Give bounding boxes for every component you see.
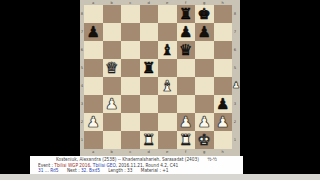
white-bishop[interactable]: ♝ [161,77,174,95]
coord-label: 7 [233,23,237,41]
square-h4[interactable] [214,77,233,95]
square-f1[interactable]: ♜ [177,131,196,149]
material-value: +1 [162,168,168,173]
square-f6[interactable]: ♛ [177,41,196,59]
square-h1[interactable] [214,131,233,149]
event-link[interactable]: Tbilisi WGP 2016, [54,163,91,168]
current-move-link[interactable]: 31 ... Rd5 [38,168,59,173]
square-e8[interactable] [158,5,177,23]
square-c7[interactable] [121,23,140,41]
square-a2[interactable]: ♟ [84,113,103,131]
square-b5[interactable]: ♛ [103,59,122,77]
players-separator: -- [118,157,121,162]
coord-label: 2 [233,113,237,131]
black-queen[interactable]: ♛ [179,41,192,59]
square-f5[interactable] [177,59,196,77]
square-b3[interactable]: ♟ [103,95,122,113]
square-f4[interactable] [177,77,196,95]
square-g4[interactable] [195,77,214,95]
square-c5[interactable] [121,59,140,77]
square-d6[interactable] [140,41,159,59]
coord-label: 8 [233,5,237,23]
material-label: Material : [141,168,161,173]
white-rook[interactable]: ♜ [142,131,155,149]
square-a7[interactable]: ♟ [84,23,103,41]
square-e3[interactable] [158,95,177,113]
coord-label: 3 [233,95,237,113]
event-line: Event : Tbilisi WGP 2016, Tbilisi GEO, 2… [30,163,243,168]
square-h8[interactable] [214,5,233,23]
coord-label: 1 [233,131,237,149]
square-g2[interactable]: ♟ [195,113,214,131]
square-d7[interactable] [140,23,159,41]
square-f2[interactable]: ♟ [177,113,196,131]
square-d8[interactable] [140,5,159,23]
square-e2[interactable] [158,113,177,131]
chess-board[interactable]: ♜♚♟♟♟♝♛♛♜♝♟♟♟♟♟♟♜♜♚ [84,5,232,149]
square-e4[interactable]: ♝ [158,77,177,95]
square-d2[interactable] [140,113,159,131]
white-pawn[interactable]: ♟ [198,113,211,131]
square-g7[interactable]: ♟ [195,23,214,41]
file-labels-bottom-row: abcdefgh [84,149,232,154]
square-g3[interactable] [195,95,214,113]
coord-label: b [103,149,122,154]
black-player-name: Khademalsharieh, Sarasadat (2403) [122,157,199,162]
white-queen[interactable]: ♛ [105,59,118,77]
square-a6[interactable] [84,41,103,59]
square-c1[interactable] [121,131,140,149]
length-value: 33 [127,168,132,173]
white-king[interactable]: ♚ [198,131,211,149]
black-pawn[interactable]: ♟ [87,23,100,41]
square-e1[interactable] [158,131,177,149]
square-b2[interactable] [103,113,122,131]
black-rook[interactable]: ♜ [142,59,155,77]
black-bishop[interactable]: ♝ [161,41,174,59]
square-h3[interactable]: ♟ [214,95,233,113]
white-to-move-indicator: ♟ [232,80,240,90]
black-king[interactable]: ♚ [198,5,211,23]
black-pawn[interactable]: ♟ [198,23,211,41]
square-d4[interactable] [140,77,159,95]
coord-label: c [121,149,140,154]
square-b1[interactable] [103,131,122,149]
game-result: ½-½ [207,157,217,162]
square-a1[interactable] [84,131,103,149]
white-pawn[interactable]: ♟ [105,95,118,113]
coord-label: 6 [233,41,237,59]
square-c4[interactable] [121,77,140,95]
coord-label: e [158,149,177,154]
square-b4[interactable] [103,77,122,95]
square-g5[interactable] [195,59,214,77]
game-info-panel: Kosteniuk, Alexandra (2538) -- Khademals… [30,156,243,174]
square-a8[interactable] [84,5,103,23]
rank-labels-right: 87654321 [233,5,240,149]
move-info-line: 31 ... Rd5 Next : 32. Bxd5 Length : 33 M… [30,168,243,173]
square-a3[interactable] [84,95,103,113]
coord-label: g [195,149,214,154]
next-move-link[interactable]: 32. Bxd5 [81,168,100,173]
coord-label: d [140,149,159,154]
square-f8[interactable]: ♜ [177,5,196,23]
square-d1[interactable]: ♜ [140,131,159,149]
coord-label: 5 [233,59,237,77]
players-line: Kosteniuk, Alexandra (2538) -- Khademals… [30,157,243,162]
white-pawn[interactable]: ♟ [216,113,229,131]
square-h2[interactable]: ♟ [214,113,233,131]
square-e5[interactable] [158,59,177,77]
black-pawn[interactable]: ♟ [216,95,229,113]
square-h6[interactable] [214,41,233,59]
square-f7[interactable]: ♟ [177,23,196,41]
video-frame: abcdefgh 87654321 87654321 abcdefgh ♜♚♟♟… [0,0,320,180]
square-a4[interactable] [84,77,103,95]
square-b7[interactable] [103,23,122,41]
square-e7[interactable] [158,23,177,41]
square-h7[interactable] [214,23,233,41]
square-c8[interactable] [121,5,140,23]
rank-labels-left-col: 87654321 [80,5,82,149]
chess-board-panel: abcdefgh 87654321 87654321 abcdefgh ♜♚♟♟… [80,0,240,156]
square-d5[interactable]: ♜ [140,59,159,77]
square-h5[interactable] [214,59,233,77]
event-details: 2016.11.21, Round 4.2, C41 [118,163,178,168]
square-b8[interactable] [103,5,122,23]
bottom-gray-strip [0,174,320,180]
rank-labels-right-col: 87654321 [233,5,237,149]
square-a5[interactable] [84,59,103,77]
square-c2[interactable] [121,113,140,131]
square-d3[interactable] [140,95,159,113]
white-player-name: Kosteniuk, Alexandra (2538) [56,157,116,162]
event-label: Event : [38,163,53,168]
white-pawn[interactable]: ♟ [179,113,192,131]
square-f3[interactable] [177,95,196,113]
black-pawn[interactable]: ♟ [179,23,192,41]
square-g6[interactable] [195,41,214,59]
square-c3[interactable] [121,95,140,113]
square-g8[interactable]: ♚ [195,5,214,23]
file-labels-bottom: abcdefgh [84,149,232,156]
site-link[interactable]: Tbilisi GEO, [93,163,117,168]
coord-label: a [84,149,103,154]
black-rook[interactable]: ♜ [179,5,192,23]
length-label: Length : [108,168,125,173]
white-rook[interactable]: ♜ [179,131,192,149]
square-e6[interactable]: ♝ [158,41,177,59]
next-label: Next : [67,168,80,173]
square-b6[interactable] [103,41,122,59]
coord-label: f [177,149,196,154]
square-c6[interactable] [121,41,140,59]
white-pawn[interactable]: ♟ [87,113,100,131]
square-g1[interactable]: ♚ [195,131,214,149]
coord-label: h [214,149,233,154]
